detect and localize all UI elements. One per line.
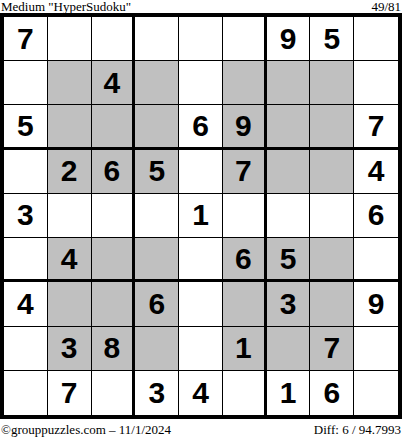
cell-r6c4[interactable]	[135, 238, 179, 282]
cell-r9c7: 1	[267, 371, 311, 415]
cell-r8c8: 7	[310, 327, 354, 371]
cell-r1c5[interactable]	[179, 17, 223, 61]
puzzle-title: Medium "HyperSudoku"	[1, 0, 131, 13]
cell-r8c5[interactable]	[179, 327, 223, 371]
cell-r3c7[interactable]	[267, 105, 311, 149]
cell-r9c1[interactable]	[4, 371, 48, 415]
cell-r7c6[interactable]	[223, 282, 267, 326]
difficulty-text: Diff: 6 / 94.7993	[314, 423, 401, 437]
cell-r6c1[interactable]	[4, 238, 48, 282]
cell-r3c5: 6	[179, 105, 223, 149]
cell-r7c2[interactable]	[48, 282, 92, 326]
cell-r7c3[interactable]	[92, 282, 136, 326]
cell-r9c4: 3	[135, 371, 179, 415]
cell-r9c3[interactable]	[92, 371, 136, 415]
cell-r7c5[interactable]	[179, 282, 223, 326]
cell-r6c9[interactable]	[354, 238, 398, 282]
cell-r7c4: 6	[135, 282, 179, 326]
cell-r7c7: 3	[267, 282, 311, 326]
cell-r1c6[interactable]	[223, 17, 267, 61]
cell-r6c2: 4	[48, 238, 92, 282]
footer: ©grouppuzzles.com – 11/1/2024 Diff: 6 / …	[0, 419, 402, 437]
cell-r9c9[interactable]	[354, 371, 398, 415]
cell-r8c2: 3	[48, 327, 92, 371]
cell-r8c4[interactable]	[135, 327, 179, 371]
cell-r4c8[interactable]	[310, 150, 354, 194]
cell-r3c4[interactable]	[135, 105, 179, 149]
sudoku-grid: 79545697265743164654639381773416	[0, 13, 402, 419]
header: Medium "HyperSudoku" 49/81	[0, 0, 402, 13]
cell-r9c2: 7	[48, 371, 92, 415]
cell-r1c4[interactable]	[135, 17, 179, 61]
copyright-text: ©grouppuzzles.com – 11/1/2024	[1, 423, 171, 437]
cell-r3c1: 5	[4, 105, 48, 149]
cell-r8c1[interactable]	[4, 327, 48, 371]
cell-r2c3: 4	[92, 61, 136, 105]
cell-r6c6: 6	[223, 238, 267, 282]
cell-r1c8: 5	[310, 17, 354, 61]
cell-r6c8[interactable]	[310, 238, 354, 282]
cell-r5c1: 3	[4, 194, 48, 238]
cell-r8c3: 8	[92, 327, 136, 371]
cell-r5c2[interactable]	[48, 194, 92, 238]
cell-r3c9: 7	[354, 105, 398, 149]
cell-r8c7[interactable]	[267, 327, 311, 371]
cell-r4c7[interactable]	[267, 150, 311, 194]
cell-r3c8[interactable]	[310, 105, 354, 149]
cell-r7c8[interactable]	[310, 282, 354, 326]
cell-r2c8[interactable]	[310, 61, 354, 105]
cell-r2c6[interactable]	[223, 61, 267, 105]
cell-r3c3[interactable]	[92, 105, 136, 149]
cell-r3c6: 9	[223, 105, 267, 149]
cell-r3c2[interactable]	[48, 105, 92, 149]
cell-r5c5: 1	[179, 194, 223, 238]
cell-r2c1[interactable]	[4, 61, 48, 105]
cell-r2c5[interactable]	[179, 61, 223, 105]
cell-r5c8[interactable]	[310, 194, 354, 238]
cell-r4c3: 6	[92, 150, 136, 194]
cell-r6c5[interactable]	[179, 238, 223, 282]
cell-r6c7: 5	[267, 238, 311, 282]
cell-r9c5: 4	[179, 371, 223, 415]
cell-r4c4: 5	[135, 150, 179, 194]
cell-r1c7: 9	[267, 17, 311, 61]
cell-r9c6[interactable]	[223, 371, 267, 415]
cell-r2c4[interactable]	[135, 61, 179, 105]
cell-r7c1: 4	[4, 282, 48, 326]
cell-r4c9: 4	[354, 150, 398, 194]
cell-r5c7[interactable]	[267, 194, 311, 238]
cell-r8c6: 1	[223, 327, 267, 371]
cell-r1c9[interactable]	[354, 17, 398, 61]
cell-r2c9[interactable]	[354, 61, 398, 105]
cell-r5c9: 6	[354, 194, 398, 238]
cell-r7c9: 9	[354, 282, 398, 326]
cell-r4c1[interactable]	[4, 150, 48, 194]
cell-r4c5[interactable]	[179, 150, 223, 194]
cell-r1c3[interactable]	[92, 17, 136, 61]
cell-r5c6[interactable]	[223, 194, 267, 238]
cell-r2c2[interactable]	[48, 61, 92, 105]
cell-r1c1: 7	[4, 17, 48, 61]
cell-r5c3[interactable]	[92, 194, 136, 238]
cell-r6c3[interactable]	[92, 238, 136, 282]
cell-r4c6: 7	[223, 150, 267, 194]
cell-r4c2: 2	[48, 150, 92, 194]
cell-r5c4[interactable]	[135, 194, 179, 238]
cell-r8c9[interactable]	[354, 327, 398, 371]
cell-r2c7[interactable]	[267, 61, 311, 105]
cell-r1c2[interactable]	[48, 17, 92, 61]
cells-remaining-counter: 49/81	[371, 0, 401, 13]
cell-r9c8: 6	[310, 371, 354, 415]
